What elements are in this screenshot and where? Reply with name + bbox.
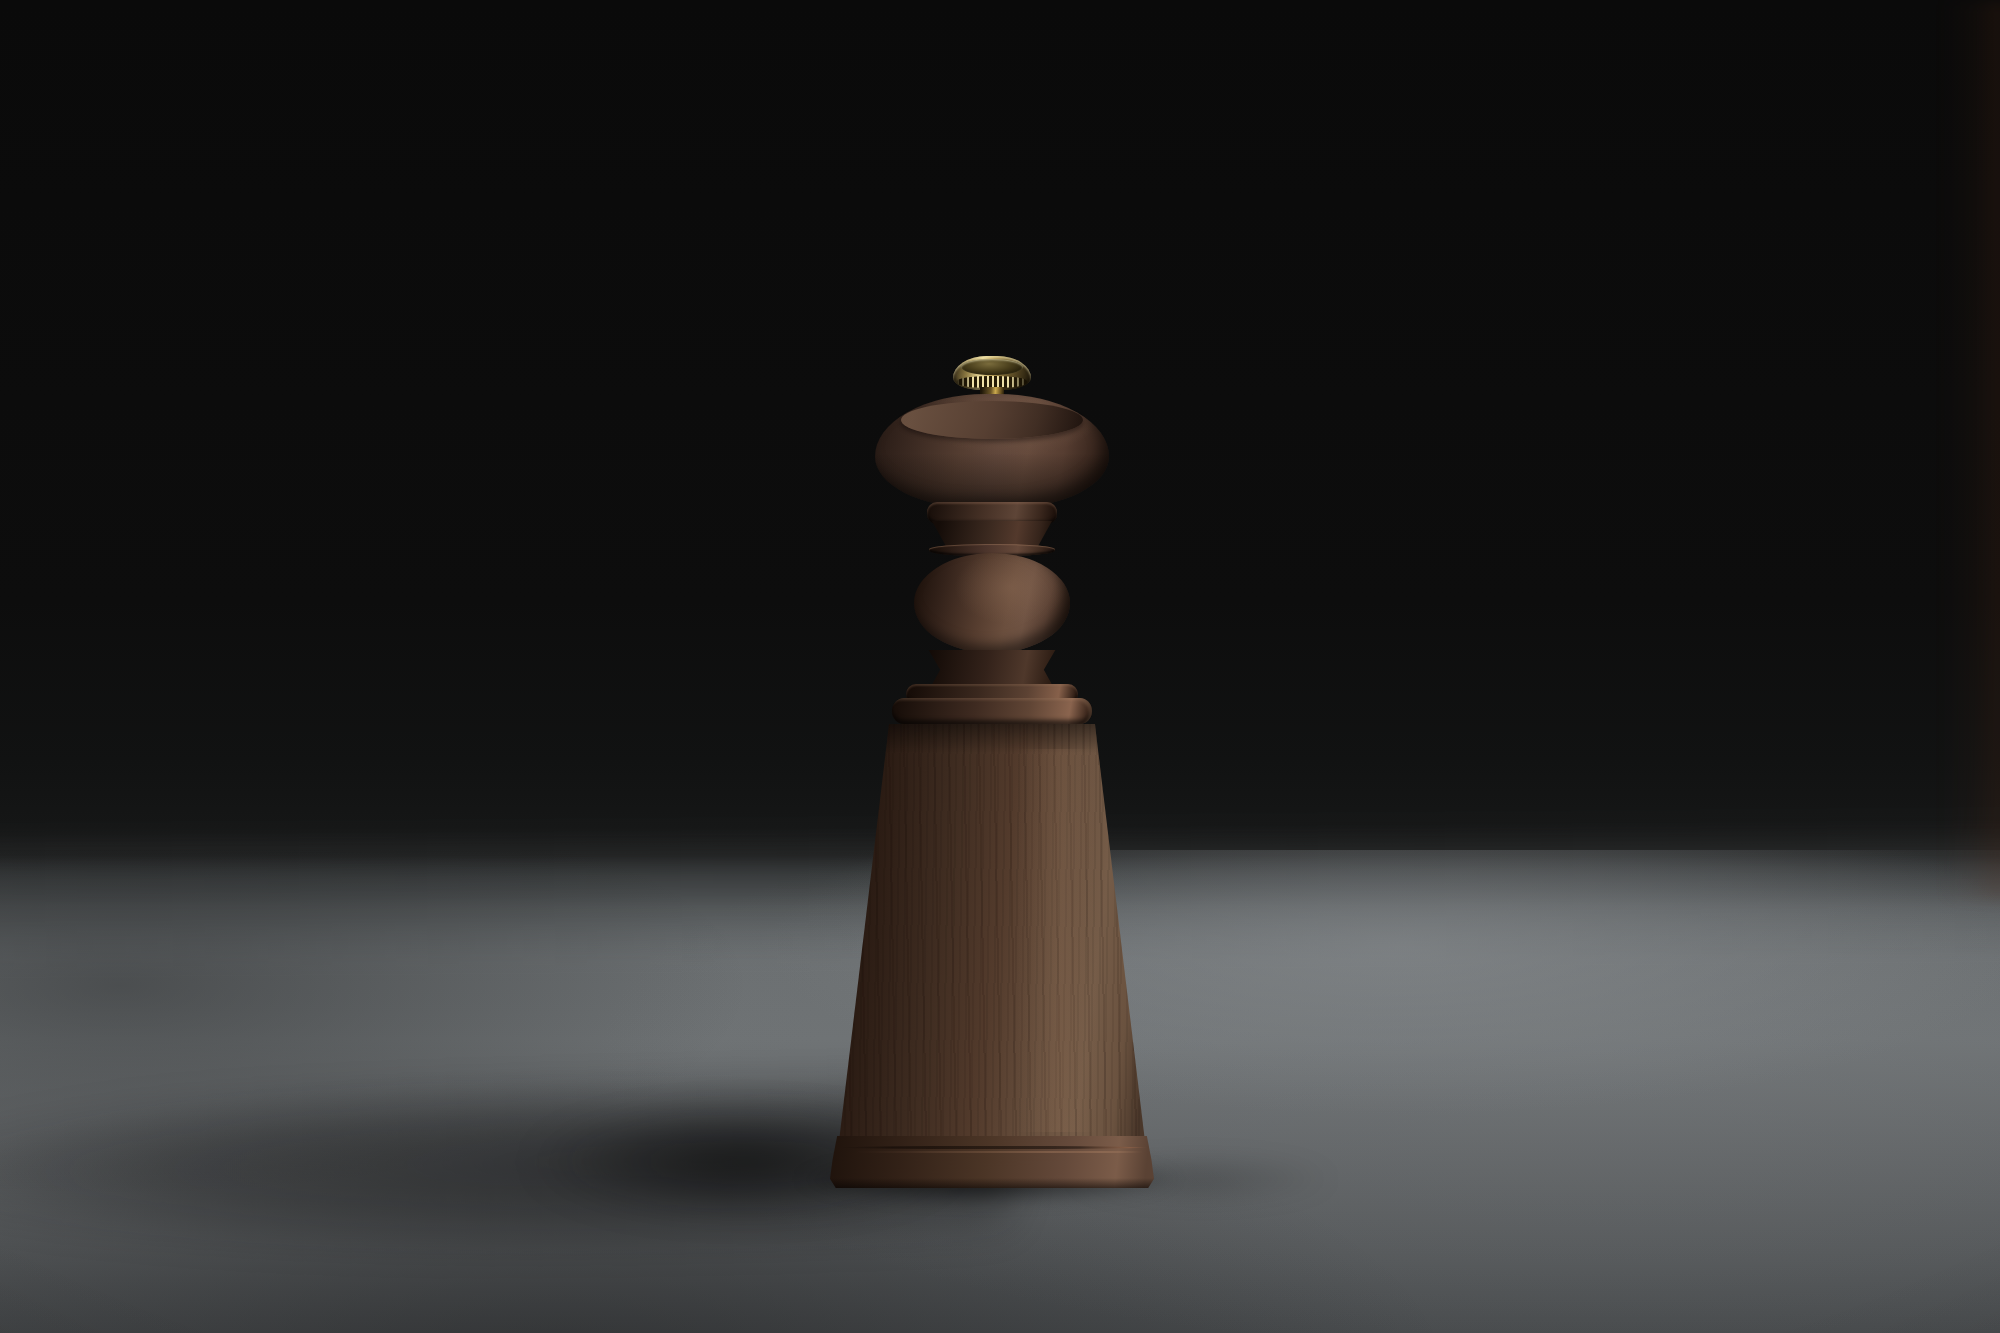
photo-stage	[0, 0, 2000, 1333]
vignette	[0, 0, 2000, 1333]
